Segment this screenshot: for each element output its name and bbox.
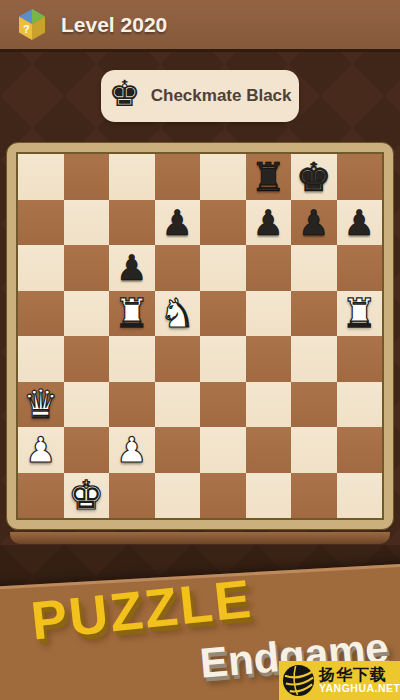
board-stand	[10, 532, 390, 544]
square-d6[interactable]	[155, 245, 201, 291]
square-e5[interactable]	[200, 291, 246, 337]
white-knight-d5[interactable]: ♞	[159, 293, 195, 333]
square-a6[interactable]	[18, 245, 64, 291]
black-king-icon: ♚	[108, 76, 140, 112]
objective-label: Checkmate Black	[151, 86, 292, 106]
square-h8[interactable]	[337, 154, 383, 200]
chess-board-frame: ♜♚♟♟♟♟♟♜♞♜♛♟♟♚	[6, 142, 394, 530]
square-h7[interactable]: ♟	[337, 200, 383, 246]
square-e3[interactable]	[200, 382, 246, 428]
square-f7[interactable]: ♟	[246, 200, 292, 246]
square-h4[interactable]	[337, 336, 383, 382]
square-b4[interactable]	[64, 336, 110, 382]
square-d2[interactable]	[155, 427, 201, 473]
square-d4[interactable]	[155, 336, 201, 382]
square-g3[interactable]	[291, 382, 337, 428]
square-b8[interactable]	[64, 154, 110, 200]
square-b2[interactable]	[64, 427, 110, 473]
black-pawn-g7[interactable]: ♟	[298, 205, 329, 240]
yanghua-logo-icon	[282, 664, 315, 697]
square-g6[interactable]	[291, 245, 337, 291]
level-label: Level 2020	[61, 13, 167, 37]
square-g1[interactable]	[291, 473, 337, 519]
black-pawn-d7[interactable]: ♟	[162, 205, 193, 240]
square-d5[interactable]: ♞	[155, 291, 201, 337]
square-f8[interactable]: ♜	[246, 154, 292, 200]
square-e8[interactable]	[200, 154, 246, 200]
white-queen-a3[interactable]: ♛	[23, 384, 59, 424]
watermark-text: 扬华下载 YANGHUA.NET	[319, 667, 400, 695]
square-h1[interactable]	[337, 473, 383, 519]
square-c6[interactable]: ♟	[109, 245, 155, 291]
square-g5[interactable]	[291, 291, 337, 337]
square-g4[interactable]	[291, 336, 337, 382]
square-a7[interactable]	[18, 200, 64, 246]
square-b5[interactable]	[64, 291, 110, 337]
square-f5[interactable]	[246, 291, 292, 337]
square-f3[interactable]	[246, 382, 292, 428]
white-rook-c5[interactable]: ♜	[114, 293, 150, 333]
svg-text:?: ?	[23, 23, 30, 35]
watermark-chinese: 扬华下载	[319, 667, 400, 684]
square-c8[interactable]	[109, 154, 155, 200]
square-f4[interactable]	[246, 336, 292, 382]
square-h6[interactable]	[337, 245, 383, 291]
square-d8[interactable]	[155, 154, 201, 200]
square-d7[interactable]: ♟	[155, 200, 201, 246]
square-c5[interactable]: ♜	[109, 291, 155, 337]
black-rook-f8[interactable]: ♜	[250, 157, 286, 197]
watermark-badge: 扬华下载 YANGHUA.NET	[279, 661, 400, 700]
square-g8[interactable]: ♚	[291, 154, 337, 200]
square-e1[interactable]	[200, 473, 246, 519]
square-c2[interactable]: ♟	[109, 427, 155, 473]
square-b6[interactable]	[64, 245, 110, 291]
square-h2[interactable]	[337, 427, 383, 473]
square-a8[interactable]	[18, 154, 64, 200]
title-bar: ? Level 2020	[0, 0, 400, 52]
square-e6[interactable]	[200, 245, 246, 291]
white-pawn-c2[interactable]: ♟	[116, 432, 147, 467]
level-cube-icon[interactable]: ?	[16, 8, 48, 42]
square-c4[interactable]	[109, 336, 155, 382]
square-c7[interactable]	[109, 200, 155, 246]
black-king-g8[interactable]: ♚	[296, 157, 332, 197]
square-f1[interactable]	[246, 473, 292, 519]
square-e7[interactable]	[200, 200, 246, 246]
chess-board[interactable]: ♜♚♟♟♟♟♟♜♞♜♛♟♟♚	[16, 152, 384, 520]
square-f2[interactable]	[246, 427, 292, 473]
square-b1[interactable]: ♚	[64, 473, 110, 519]
square-f6[interactable]	[246, 245, 292, 291]
black-pawn-f7[interactable]: ♟	[253, 205, 284, 240]
square-c3[interactable]	[109, 382, 155, 428]
objective-banner: ♚ Checkmate Black	[101, 70, 299, 122]
white-pawn-a2[interactable]: ♟	[25, 432, 56, 467]
square-g2[interactable]	[291, 427, 337, 473]
square-a4[interactable]	[18, 336, 64, 382]
square-a3[interactable]: ♛	[18, 382, 64, 428]
white-king-b1[interactable]: ♚	[68, 475, 104, 515]
square-e2[interactable]	[200, 427, 246, 473]
square-a2[interactable]: ♟	[18, 427, 64, 473]
square-h5[interactable]: ♜	[337, 291, 383, 337]
watermark-english: YANGHUA.NET	[319, 683, 400, 694]
black-pawn-h7[interactable]: ♟	[344, 205, 375, 240]
app-screen: ? Level 2020 ♚ Checkmate Black ♜♚♟♟♟♟♟♜♞…	[0, 0, 400, 700]
square-d3[interactable]	[155, 382, 201, 428]
square-g7[interactable]: ♟	[291, 200, 337, 246]
square-a1[interactable]	[18, 473, 64, 519]
square-c1[interactable]	[109, 473, 155, 519]
square-b3[interactable]	[64, 382, 110, 428]
white-rook-h5[interactable]: ♜	[341, 293, 377, 333]
square-d1[interactable]	[155, 473, 201, 519]
square-e4[interactable]	[200, 336, 246, 382]
black-pawn-c6[interactable]: ♟	[116, 250, 147, 285]
square-b7[interactable]	[64, 200, 110, 246]
square-a5[interactable]	[18, 291, 64, 337]
square-h3[interactable]	[337, 382, 383, 428]
